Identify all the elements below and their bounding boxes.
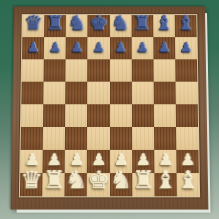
square-d1[interactable]: ♚: [87, 173, 109, 196]
square-b5[interactable]: [43, 82, 65, 105]
square-g4[interactable]: [154, 104, 176, 127]
square-g6[interactable]: [153, 59, 175, 81]
square-h7[interactable]: ♟: [175, 37, 197, 59]
board-grid: ♛♜♞♚♞♜♝♝♟♟♟♟♟♟♟♟♟♟♟♟♟♟♟♟♛♜♞♚♞♜♝♝: [20, 15, 199, 196]
black-pawn[interactable]: ♟: [22, 33, 44, 59]
square-f7[interactable]: ♟: [131, 37, 153, 59]
square-e2[interactable]: ♟: [110, 150, 132, 173]
white-pawn[interactable]: ♟: [43, 146, 66, 173]
white-pawn[interactable]: ♟: [110, 146, 132, 173]
square-d6[interactable]: [88, 59, 110, 81]
square-f2[interactable]: ♟: [132, 150, 154, 173]
square-e6[interactable]: [110, 59, 132, 81]
black-pawn[interactable]: ♟: [153, 33, 175, 59]
square-b7[interactable]: ♟: [44, 37, 66, 59]
black-bishop[interactable]: ♝: [174, 8, 196, 37]
square-e1[interactable]: ♞: [110, 173, 132, 196]
white-pawn[interactable]: ♟: [20, 146, 43, 173]
square-b3[interactable]: [43, 127, 65, 150]
square-c8[interactable]: ♞: [66, 15, 88, 37]
square-h8[interactable]: ♝: [175, 15, 197, 37]
square-a6[interactable]: [22, 59, 44, 81]
square-f8[interactable]: ♜: [131, 15, 153, 37]
black-pawn[interactable]: ♟: [88, 33, 110, 59]
square-c2[interactable]: ♟: [65, 150, 87, 173]
square-b1[interactable]: ♜: [42, 173, 65, 196]
square-a4[interactable]: [21, 104, 43, 127]
square-b2[interactable]: ♟: [43, 150, 65, 173]
desktop-background: ♛♜♞♚♞♜♝♝♟♟♟♟♟♟♟♟♟♟♟♟♟♟♟♟♛♜♞♚♞♜♝♝: [0, 0, 219, 219]
square-h6[interactable]: [175, 59, 197, 81]
square-c7[interactable]: ♟: [66, 37, 88, 59]
square-a8[interactable]: ♛: [22, 15, 44, 37]
square-b8[interactable]: ♜: [44, 15, 66, 37]
square-g1[interactable]: ♝: [154, 173, 177, 196]
square-g5[interactable]: [153, 82, 175, 105]
square-a2[interactable]: ♟: [20, 150, 43, 173]
chess-board: ♛♜♞♚♞♜♝♝♟♟♟♟♟♟♟♟♟♟♟♟♟♟♟♟♛♜♞♚♞♜♝♝: [11, 7, 209, 210]
square-c3[interactable]: [65, 127, 87, 150]
square-d5[interactable]: [87, 82, 109, 105]
square-h2[interactable]: ♟: [176, 150, 199, 173]
black-pawn[interactable]: ♟: [131, 33, 153, 59]
black-knight[interactable]: ♞: [66, 8, 88, 37]
square-b4[interactable]: [43, 104, 65, 127]
white-pawn[interactable]: ♟: [65, 146, 87, 173]
black-pawn[interactable]: ♟: [44, 33, 66, 59]
white-pawn[interactable]: ♟: [87, 146, 109, 173]
white-pawn[interactable]: ♟: [132, 146, 154, 173]
black-queen[interactable]: ♛: [22, 8, 44, 37]
square-a1[interactable]: ♛: [20, 173, 43, 196]
black-rook[interactable]: ♜: [131, 8, 153, 37]
black-pawn[interactable]: ♟: [110, 33, 132, 59]
square-e3[interactable]: [110, 127, 132, 150]
square-d2[interactable]: ♟: [87, 150, 109, 173]
square-a5[interactable]: [21, 82, 43, 105]
square-f5[interactable]: [131, 82, 153, 105]
black-knight[interactable]: ♞: [110, 8, 132, 37]
board-frame-inner-edge: ♛♜♞♚♞♜♝♝♟♟♟♟♟♟♟♟♟♟♟♟♟♟♟♟♛♜♞♚♞♜♝♝: [19, 14, 200, 197]
square-d3[interactable]: [87, 127, 109, 150]
white-pawn[interactable]: ♟: [176, 146, 199, 173]
square-e7[interactable]: ♟: [110, 37, 132, 59]
square-a7[interactable]: ♟: [22, 37, 44, 59]
square-c5[interactable]: [65, 82, 87, 105]
square-e8[interactable]: ♞: [110, 15, 132, 37]
square-c1[interactable]: ♞: [65, 173, 87, 196]
square-f4[interactable]: [132, 104, 154, 127]
square-e5[interactable]: [110, 82, 132, 105]
black-bishop[interactable]: ♝: [153, 8, 175, 37]
square-g3[interactable]: [154, 127, 176, 150]
square-f3[interactable]: [132, 127, 154, 150]
square-h5[interactable]: [175, 82, 197, 105]
black-rook[interactable]: ♜: [44, 8, 66, 37]
square-d8[interactable]: ♚: [88, 15, 110, 37]
black-king[interactable]: ♚: [88, 8, 110, 37]
square-c6[interactable]: [66, 59, 88, 81]
square-h4[interactable]: [176, 104, 198, 127]
square-g2[interactable]: ♟: [154, 150, 176, 173]
black-pawn[interactable]: ♟: [175, 33, 197, 59]
square-h1[interactable]: ♝: [176, 173, 199, 196]
square-g7[interactable]: ♟: [153, 37, 175, 59]
square-g8[interactable]: ♝: [153, 15, 175, 37]
square-a3[interactable]: [21, 127, 43, 150]
square-d7[interactable]: ♟: [88, 37, 110, 59]
square-d4[interactable]: [87, 104, 109, 127]
white-pawn[interactable]: ♟: [154, 146, 177, 173]
square-f6[interactable]: [131, 59, 153, 81]
square-c4[interactable]: [65, 104, 87, 127]
square-e4[interactable]: [110, 104, 132, 127]
square-h3[interactable]: [176, 127, 198, 150]
black-pawn[interactable]: ♟: [66, 33, 88, 59]
square-f1[interactable]: ♜: [132, 173, 154, 196]
square-b6[interactable]: [44, 59, 66, 81]
